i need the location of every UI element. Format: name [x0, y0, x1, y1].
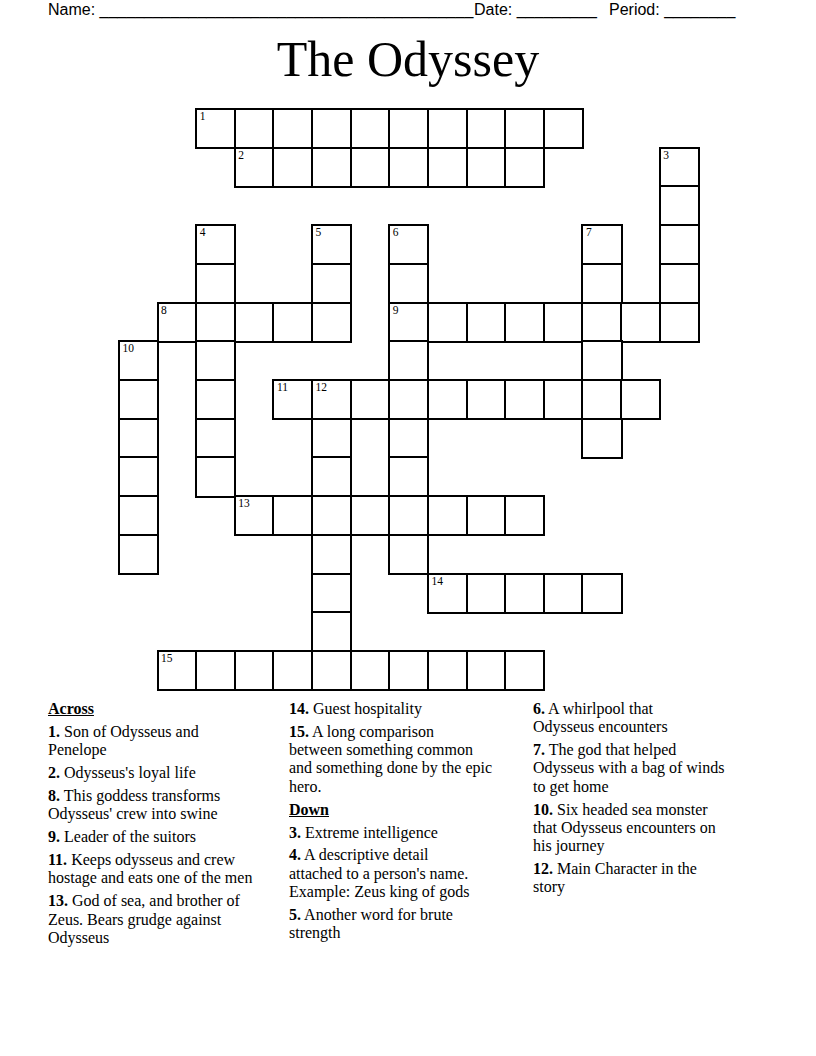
crossword-cell[interactable]: 9: [388, 302, 429, 343]
name-field: Name: __________________________________…: [48, 1, 473, 19]
date-label: Date:: [474, 1, 512, 18]
clue-number: 10: [123, 342, 135, 355]
crossword-cell[interactable]: [427, 147, 468, 188]
crossword-cell[interactable]: [234, 302, 275, 343]
crossword-cell[interactable]: [427, 379, 468, 420]
clue-item-15: 15. A long comparison between something …: [289, 723, 534, 796]
clue-number: 9: [393, 304, 399, 317]
clue-item-10: 10. Six headed sea monster that Odysseus…: [533, 801, 785, 856]
crossword-cell[interactable]: [388, 379, 429, 420]
crossword-cell[interactable]: [195, 418, 236, 459]
crossword-cell[interactable]: 7: [581, 224, 622, 265]
crossword-cell[interactable]: [504, 108, 545, 149]
clue-item-7: 7. The god that helped Odysseus with a b…: [533, 741, 785, 796]
crossword-cell[interactable]: [311, 495, 352, 536]
crossword-cell[interactable]: [543, 302, 584, 343]
clue-number: 14: [431, 575, 443, 588]
crossword-cell[interactable]: [311, 147, 352, 188]
date-field: Date: _________: [474, 1, 597, 19]
crossword-cell[interactable]: [543, 379, 584, 420]
crossword-cell[interactable]: [311, 611, 352, 652]
crossword-cell[interactable]: [350, 379, 391, 420]
crossword-cell[interactable]: [350, 495, 391, 536]
clue-number: 13: [238, 497, 250, 510]
clue-item-11: 11. Keeps odysseus and crew hostage and …: [48, 851, 289, 888]
crossword-cell[interactable]: [388, 495, 429, 536]
crossword-cell[interactable]: [388, 340, 429, 381]
crossword-cell[interactable]: [466, 147, 507, 188]
clue-column-1: Across1. Son of Odysseus and Penelope2. …: [48, 700, 289, 952]
crossword-cell[interactable]: [427, 108, 468, 149]
clue-item-5: 5. Another word for brute strength: [289, 906, 534, 943]
crossword-cell[interactable]: [659, 263, 700, 304]
crossword-cell[interactable]: [466, 495, 507, 536]
crossword-cell[interactable]: [581, 340, 622, 381]
crossword-cell[interactable]: 13: [234, 495, 275, 536]
crossword-cell[interactable]: [581, 573, 622, 614]
crossword-cell[interactable]: 10: [118, 340, 159, 381]
crossword-cell[interactable]: [311, 650, 352, 691]
crossword-cell[interactable]: [195, 650, 236, 691]
clue-item-3: 3. Extreme intelligence: [289, 824, 534, 842]
clue-item-8: 8. This goddess transforms Odysseus' cre…: [48, 787, 289, 824]
clue-column-2: 14. Guest hospitality15. A long comparis…: [289, 700, 534, 947]
clue-item-6: 6. A whirlpool that Odysseus encounters: [533, 700, 785, 737]
crossword-cell[interactable]: [659, 185, 700, 226]
clue-item-1: 1. Son of Odysseus and Penelope: [48, 723, 289, 760]
crossword-cell[interactable]: [118, 456, 159, 497]
crossword-cell[interactable]: [311, 456, 352, 497]
crossword-cell[interactable]: [388, 147, 429, 188]
crossword-cell[interactable]: [620, 379, 661, 420]
period-field: Period: ________: [609, 1, 735, 19]
crossword-cell[interactable]: [388, 263, 429, 304]
name-blank-line[interactable]: ________________________________________…: [95, 1, 473, 18]
clues-heading-down: Down: [289, 801, 534, 819]
crossword-cell[interactable]: [311, 108, 352, 149]
crossword-cell[interactable]: [543, 108, 584, 149]
crossword-cell[interactable]: 11: [272, 379, 313, 420]
crossword-cell[interactable]: 2: [234, 147, 275, 188]
crossword-cell[interactable]: [272, 650, 313, 691]
crossword-cell[interactable]: [350, 108, 391, 149]
crossword-cell[interactable]: [504, 495, 545, 536]
crossword-cell[interactable]: 8: [157, 302, 198, 343]
crossword-cell[interactable]: [466, 650, 507, 691]
crossword-cell[interactable]: 12: [311, 379, 352, 420]
clue-number: 1: [200, 110, 206, 123]
clue-item-9: 9. Leader of the suitors: [48, 828, 289, 846]
clue-number: 6: [393, 226, 399, 239]
clue-item-4: 4. A descriptive detail attached to a pe…: [289, 846, 534, 901]
clue-number: 3: [663, 149, 669, 162]
clue-number: 4: [200, 226, 206, 239]
crossword-cell[interactable]: [659, 302, 700, 343]
crossword-cell[interactable]: [427, 650, 468, 691]
crossword-cell[interactable]: [195, 263, 236, 304]
crossword-cell[interactable]: [581, 302, 622, 343]
clue-number: 2: [238, 149, 244, 162]
clue-item-14: 14. Guest hospitality: [289, 700, 534, 718]
clue-item-12: 12. Main Character in the story: [533, 860, 785, 897]
worksheet-page: Name: __________________________________…: [0, 0, 816, 1056]
crossword-cell[interactable]: [311, 534, 352, 575]
clue-item-2: 2. Odysseus's loyal life: [48, 764, 289, 782]
period-blank-line[interactable]: ________: [660, 1, 736, 18]
crossword-cell[interactable]: [543, 573, 584, 614]
crossword-cell[interactable]: [272, 147, 313, 188]
crossword-cell[interactable]: [504, 573, 545, 614]
crossword-cell[interactable]: [388, 534, 429, 575]
crossword-cell[interactable]: 14: [427, 573, 468, 614]
crossword-cell[interactable]: 1: [195, 108, 236, 149]
crossword-cell[interactable]: [118, 379, 159, 420]
crossword-cell[interactable]: [388, 108, 429, 149]
crossword-cell[interactable]: [195, 302, 236, 343]
crossword-cell[interactable]: [581, 263, 622, 304]
crossword-cell[interactable]: [195, 340, 236, 381]
crossword-cell[interactable]: [427, 302, 468, 343]
crossword-cell[interactable]: [620, 302, 661, 343]
clue-number: 8: [161, 304, 167, 317]
crossword-cell[interactable]: [659, 224, 700, 265]
crossword-cell[interactable]: [504, 650, 545, 691]
crossword-cell[interactable]: [195, 456, 236, 497]
crossword-cell[interactable]: [311, 418, 352, 459]
clue-number: 12: [316, 381, 328, 394]
crossword-cell[interactable]: 4: [195, 224, 236, 265]
crossword-cell[interactable]: 6: [388, 224, 429, 265]
crossword-cell[interactable]: [388, 418, 429, 459]
crossword-cell[interactable]: [272, 302, 313, 343]
crossword-cell[interactable]: 15: [157, 650, 198, 691]
crossword-cell[interactable]: [388, 456, 429, 497]
crossword-cell[interactable]: [466, 302, 507, 343]
clue-column-3: 6. A whirlpool that Odysseus encounters7…: [533, 700, 785, 901]
crossword-cell[interactable]: [272, 108, 313, 149]
clue-number: 15: [161, 652, 173, 665]
crossword-cell[interactable]: [234, 108, 275, 149]
clue-item-13: 13. God of sea, and brother of Zeus. Bea…: [48, 892, 289, 947]
crossword-cell[interactable]: [118, 418, 159, 459]
date-blank-line[interactable]: _________: [512, 1, 597, 18]
crossword-cell[interactable]: [234, 650, 275, 691]
crossword-cell[interactable]: [466, 108, 507, 149]
crossword-cell[interactable]: [350, 650, 391, 691]
crossword-cell[interactable]: [427, 495, 468, 536]
crossword-cell[interactable]: [350, 147, 391, 188]
crossword-cell[interactable]: [311, 263, 352, 304]
name-label: Name:: [48, 1, 95, 18]
clue-number: 7: [586, 226, 592, 239]
crossword-cell[interactable]: [118, 534, 159, 575]
crossword-cell[interactable]: [311, 302, 352, 343]
clue-number: 5: [316, 226, 322, 239]
crossword-cell[interactable]: [581, 418, 622, 459]
crossword-cell[interactable]: [581, 379, 622, 420]
crossword-cell[interactable]: [504, 302, 545, 343]
clues-heading-across: Across: [48, 700, 289, 718]
puzzle-title: The Odyssey: [0, 30, 816, 88]
crossword-cell[interactable]: [466, 379, 507, 420]
clue-number: 11: [277, 381, 288, 394]
crossword-cell[interactable]: [466, 573, 507, 614]
crossword-cell[interactable]: [504, 379, 545, 420]
crossword-cell[interactable]: [272, 495, 313, 536]
crossword-cell[interactable]: 3: [659, 147, 700, 188]
crossword-cell[interactable]: [311, 573, 352, 614]
crossword-cell[interactable]: [388, 650, 429, 691]
crossword-cell[interactable]: [195, 379, 236, 420]
crossword-cell[interactable]: [118, 495, 159, 536]
crossword-cell[interactable]: 5: [311, 224, 352, 265]
period-label: Period:: [609, 1, 660, 18]
crossword-cell[interactable]: [504, 147, 545, 188]
